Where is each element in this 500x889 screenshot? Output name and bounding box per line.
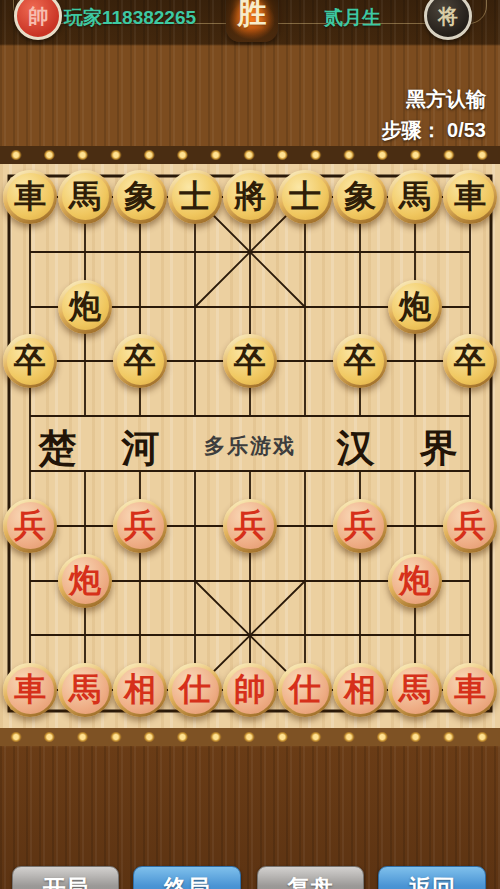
- piece-char: 象: [117, 173, 164, 220]
- piece-black-file1-rank1[interactable]: 車: [3, 170, 57, 224]
- piece-char: 炮: [392, 557, 439, 604]
- board-frame-bottom-studs: [0, 728, 500, 746]
- piece-char: 兵: [227, 502, 274, 549]
- piece-char: 帥: [227, 667, 274, 714]
- piece-char: 炮: [392, 283, 439, 330]
- piece-char: 仕: [172, 667, 219, 714]
- piece-red-file1-rank7[interactable]: 兵: [3, 499, 57, 553]
- piece-black-file8-rank3[interactable]: 炮: [388, 280, 442, 334]
- piece-char: 車: [7, 667, 54, 714]
- board-grid: 車馬象士將士象馬車炮炮卒卒卒卒卒兵兵兵兵兵炮炮車馬相仕帥仕相馬車: [3, 170, 498, 718]
- piece-red-file1-rank10[interactable]: 車: [3, 663, 57, 717]
- piece-char: 卒: [7, 338, 54, 385]
- piece-black-file5-rank4[interactable]: 卒: [223, 334, 277, 388]
- piece-char: 相: [337, 667, 384, 714]
- piece-red-file3-rank10[interactable]: 相: [113, 663, 167, 717]
- piece-char: 車: [447, 173, 494, 220]
- piece-black-file9-rank4[interactable]: 卒: [443, 334, 497, 388]
- piece-char: 馬: [392, 173, 439, 220]
- piece-char: 炮: [62, 283, 109, 330]
- piece-red-file7-rank7[interactable]: 兵: [333, 499, 387, 553]
- left-player-name: 玩家118382265: [64, 5, 196, 31]
- piece-black-file3-rank4[interactable]: 卒: [113, 334, 167, 388]
- piece-char: 相: [117, 667, 164, 714]
- piece-red-file9-rank7[interactable]: 兵: [443, 499, 497, 553]
- status-block: 黑方认输 步骤： 0/53: [382, 84, 487, 146]
- go-to-end-button[interactable]: 终局: [133, 866, 241, 889]
- piece-char: 馬: [62, 667, 109, 714]
- piece-black-file9-rank1[interactable]: 車: [443, 170, 497, 224]
- black-side-piece-icon[interactable]: 将: [424, 0, 472, 40]
- piece-red-file4-rank10[interactable]: 仕: [168, 663, 222, 717]
- piece-char: 士: [282, 173, 329, 220]
- piece-char: 將: [227, 173, 274, 220]
- back-button[interactable]: 返回: [378, 866, 486, 889]
- result-badge: 胜: [226, 0, 278, 42]
- piece-char: 象: [337, 173, 384, 220]
- piece-red-file3-rank7[interactable]: 兵: [113, 499, 167, 553]
- piece-red-file2-rank8[interactable]: 炮: [58, 554, 112, 608]
- piece-red-file7-rank10[interactable]: 相: [333, 663, 387, 717]
- steps-label: 步骤：: [382, 119, 442, 141]
- piece-char: 卒: [337, 338, 384, 385]
- replay-button[interactable]: 复盘: [257, 866, 364, 889]
- piece-char: 兵: [7, 502, 54, 549]
- piece-black-file3-rank1[interactable]: 象: [113, 170, 167, 224]
- board-frame-top-studs: [0, 146, 500, 164]
- piece-red-file9-rank10[interactable]: 車: [443, 663, 497, 717]
- piece-char: 卒: [447, 338, 494, 385]
- header-bar: 帥 玩家118382265 胜 贰月生 将: [0, 0, 500, 46]
- piece-black-file1-rank4[interactable]: 卒: [3, 334, 57, 388]
- red-side-piece-icon[interactable]: 帥: [14, 0, 62, 40]
- piece-black-file2-rank3[interactable]: 炮: [58, 280, 112, 334]
- piece-char: 馬: [62, 173, 109, 220]
- piece-char: 馬: [392, 667, 439, 714]
- piece-char: 車: [447, 667, 494, 714]
- piece-black-file4-rank1[interactable]: 士: [168, 170, 222, 224]
- steps-value: 0/53: [447, 119, 486, 141]
- piece-char: 仕: [282, 667, 329, 714]
- piece-char: 兵: [447, 502, 494, 549]
- right-player-name: 贰月生: [324, 5, 381, 31]
- piece-red-file8-rank10[interactable]: 馬: [388, 663, 442, 717]
- piece-red-file5-rank7[interactable]: 兵: [223, 499, 277, 553]
- steps-line: 步骤： 0/53: [382, 115, 487, 146]
- piece-red-file8-rank8[interactable]: 炮: [388, 554, 442, 608]
- piece-black-file7-rank4[interactable]: 卒: [333, 334, 387, 388]
- piece-char: 士: [172, 173, 219, 220]
- piece-char: 卒: [227, 338, 274, 385]
- piece-char: 車: [7, 173, 54, 220]
- piece-char: 炮: [62, 557, 109, 604]
- app-root: { "game": "xiangqi (Chinese chess)", "po…: [0, 0, 500, 889]
- piece-black-file2-rank1[interactable]: 馬: [58, 170, 112, 224]
- piece-char: 兵: [117, 502, 164, 549]
- piece-red-file2-rank10[interactable]: 馬: [58, 663, 112, 717]
- piece-black-file5-rank1[interactable]: 將: [223, 170, 277, 224]
- game-result-text: 黑方认输: [382, 84, 487, 115]
- piece-red-file5-rank10[interactable]: 帥: [223, 663, 277, 717]
- go-to-start-button[interactable]: 开局: [12, 866, 119, 889]
- piece-red-file6-rank10[interactable]: 仕: [278, 663, 332, 717]
- piece-char: 兵: [337, 502, 384, 549]
- piece-black-file7-rank1[interactable]: 象: [333, 170, 387, 224]
- piece-char: 卒: [117, 338, 164, 385]
- piece-black-file6-rank1[interactable]: 士: [278, 170, 332, 224]
- piece-black-file8-rank1[interactable]: 馬: [388, 170, 442, 224]
- result-badge-text: 胜: [238, 0, 267, 42]
